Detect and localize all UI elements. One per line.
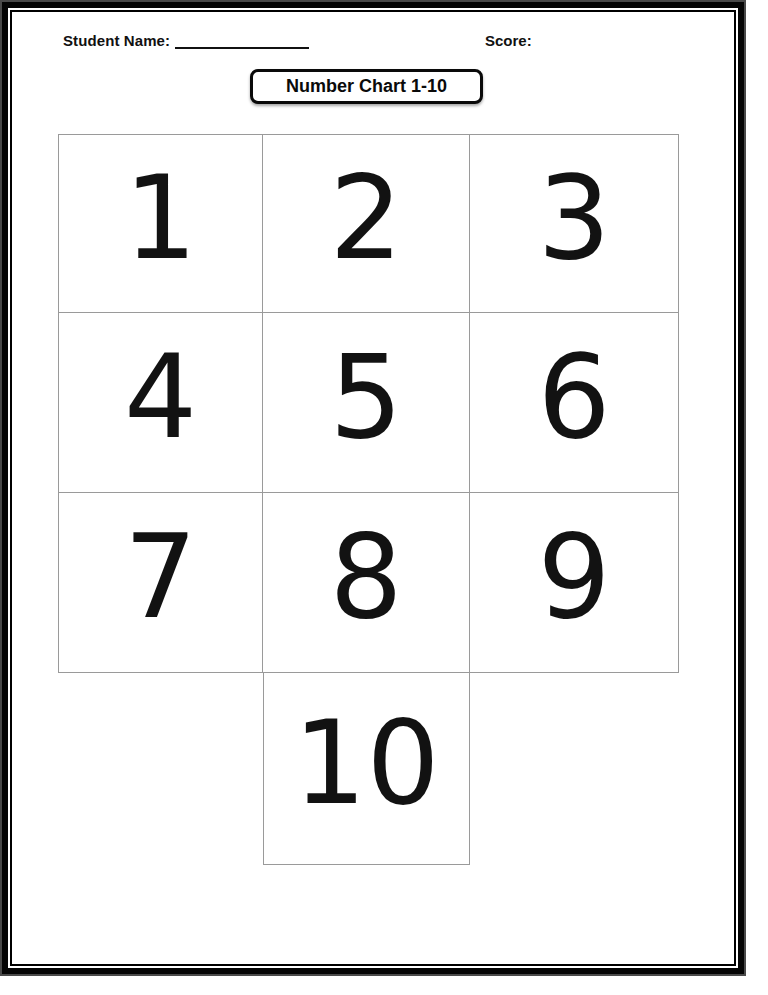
number-5-text: 5	[329, 330, 402, 464]
number-cell-5: 5	[263, 313, 470, 493]
student-name-label: Student Name:	[63, 32, 170, 49]
worksheet-title-box: Number Chart 1-10	[250, 69, 483, 104]
number-chart-grid: 1 2 3 4 5 6 7 8 9 10	[58, 134, 679, 865]
worksheet-title: Number Chart 1-10	[286, 76, 447, 97]
number-cell-7: 7	[58, 493, 263, 673]
number-cell-9: 9	[470, 493, 679, 673]
number-2-text: 2	[329, 151, 402, 285]
number-10-text: 10	[293, 696, 439, 830]
number-7-text: 7	[124, 510, 197, 644]
number-6-text: 6	[537, 330, 610, 464]
number-9-text: 9	[537, 510, 610, 644]
score-label: Score:	[485, 32, 532, 49]
student-name-row: Student Name:	[63, 32, 309, 49]
number-1-text: 1	[124, 151, 197, 285]
number-cell-2: 2	[263, 134, 470, 313]
number-3-text: 3	[537, 151, 610, 285]
number-cell-4: 4	[58, 313, 263, 493]
number-cell-6: 6	[470, 313, 679, 493]
number-cell-10: 10	[263, 673, 470, 865]
student-name-blank-line[interactable]	[175, 34, 309, 49]
number-cell-1: 1	[58, 134, 263, 313]
number-cell-3: 3	[470, 134, 679, 313]
number-8-text: 8	[329, 510, 402, 644]
number-4-text: 4	[124, 330, 197, 464]
number-cell-8: 8	[263, 493, 470, 673]
